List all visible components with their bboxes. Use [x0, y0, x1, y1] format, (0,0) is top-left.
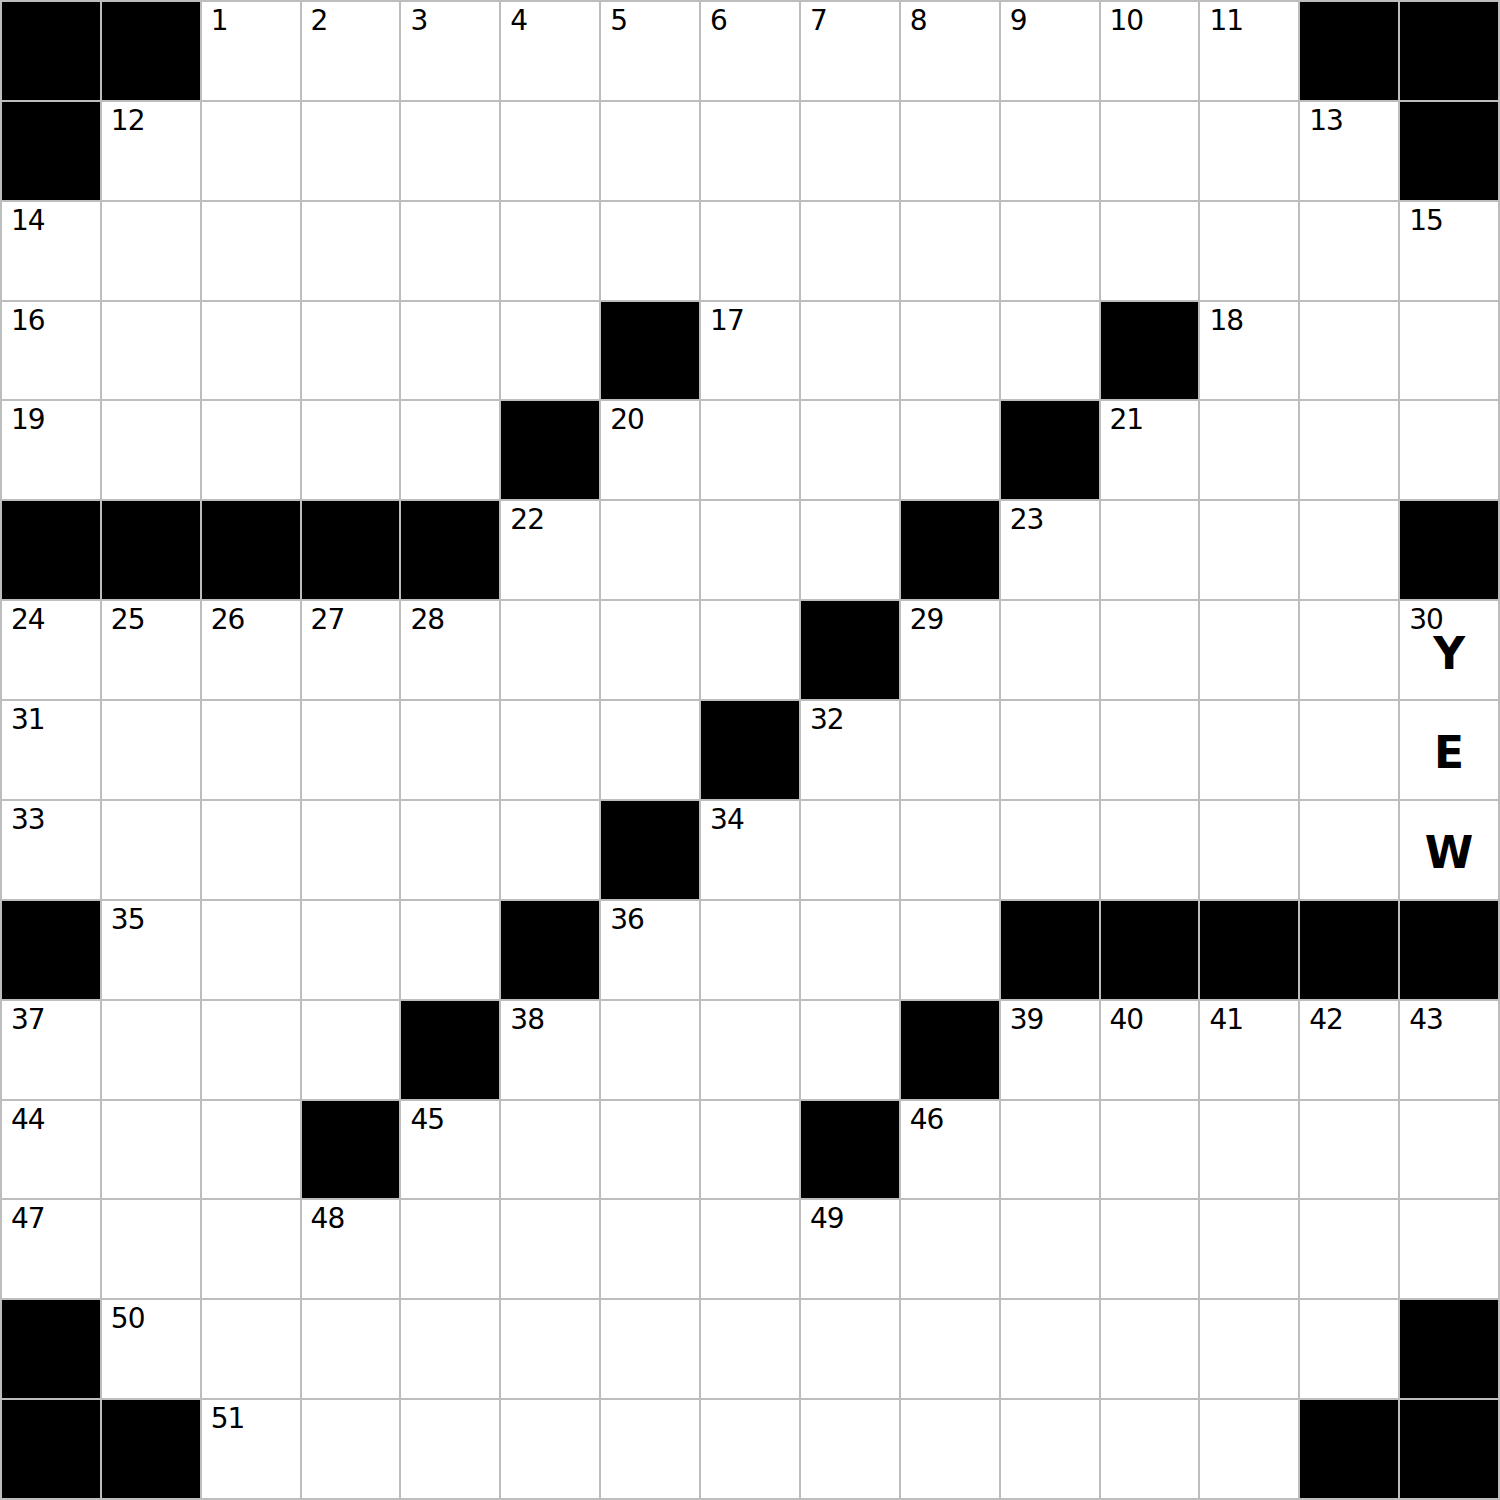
cell-r14c8[interactable] [801, 1400, 899, 1498]
black-cell-r14c1 [102, 1400, 200, 1498]
cell-r11c12[interactable] [1200, 1101, 1298, 1199]
cell-r6c14[interactable]: 30Y [1400, 601, 1498, 699]
cell-r12c3[interactable]: 48 [302, 1200, 400, 1298]
clue-number-15: 15 [1409, 207, 1443, 235]
clue-number-41: 41 [1209, 1006, 1243, 1034]
cell-r6c12[interactable] [1200, 601, 1298, 699]
cell-r4c4[interactable] [401, 401, 499, 499]
black-cell-r5c9 [901, 501, 999, 599]
cell-r0c6[interactable]: 5 [601, 2, 699, 100]
cell-r1c13[interactable]: 13 [1300, 102, 1398, 200]
black-cell-r5c14 [1400, 501, 1498, 599]
clue-number-22: 22 [510, 506, 544, 534]
cell-r0c8[interactable]: 7 [801, 2, 899, 100]
cell-r6c0[interactable]: 24 [2, 601, 100, 699]
cell-r8c4[interactable] [401, 801, 499, 899]
cell-r13c2[interactable] [202, 1300, 300, 1398]
black-cell-r1c14 [1400, 102, 1498, 200]
clue-number-48: 48 [311, 1205, 345, 1233]
cell-r3c13[interactable] [1300, 302, 1398, 400]
black-cell-r4c10 [1001, 401, 1099, 499]
cell-r2c1[interactable] [102, 202, 200, 300]
black-cell-r14c13 [1300, 1400, 1398, 1498]
cell-r4c13[interactable] [1300, 401, 1398, 499]
black-cell-r0c1 [102, 2, 200, 100]
cell-r7c11[interactable] [1101, 701, 1199, 799]
cell-r2c4[interactable] [401, 202, 499, 300]
cell-r3c12[interactable]: 18 [1200, 302, 1298, 400]
cell-r9c3[interactable] [302, 901, 400, 999]
cell-r11c14[interactable] [1400, 1101, 1498, 1199]
cell-r4c3[interactable] [302, 401, 400, 499]
cell-r5c6[interactable] [601, 501, 699, 599]
cell-r1c6[interactable] [601, 102, 699, 200]
cell-r2c5[interactable] [501, 202, 599, 300]
cell-r10c13[interactable]: 42 [1300, 1001, 1398, 1099]
black-cell-r9c5 [501, 901, 599, 999]
cell-r0c4[interactable]: 3 [401, 2, 499, 100]
cell-r10c14[interactable]: 43 [1400, 1001, 1498, 1099]
cell-r0c5[interactable]: 4 [501, 2, 599, 100]
clue-number-16: 16 [11, 307, 45, 335]
cell-r4c8[interactable] [801, 401, 899, 499]
cell-r3c10[interactable] [1001, 302, 1099, 400]
cell-r13c3[interactable] [302, 1300, 400, 1398]
clue-number-19: 19 [11, 406, 45, 434]
cell-r13c12[interactable] [1200, 1300, 1298, 1398]
cell-r14c5[interactable] [501, 1400, 599, 1498]
black-cell-r5c3 [302, 501, 400, 599]
clue-number-44: 44 [11, 1106, 45, 1134]
clue-number-43: 43 [1409, 1006, 1443, 1034]
clue-number-3: 3 [410, 7, 427, 35]
clue-number-9: 9 [1010, 7, 1027, 35]
cell-r14c9[interactable] [901, 1400, 999, 1498]
cell-r5c5[interactable]: 22 [501, 501, 599, 599]
clue-number-39: 39 [1010, 1006, 1044, 1034]
cell-r3c2[interactable] [202, 302, 300, 400]
clue-number-23: 23 [1010, 506, 1044, 534]
cell-r4c14[interactable] [1400, 401, 1498, 499]
cell-r3c8[interactable] [801, 302, 899, 400]
black-cell-r0c0 [2, 2, 100, 100]
clue-number-2: 2 [311, 7, 328, 35]
cell-r2c7[interactable] [701, 202, 799, 300]
black-cell-r3c11 [1101, 302, 1199, 400]
cell-r6c4[interactable]: 28 [401, 601, 499, 699]
cell-r12c1[interactable] [102, 1200, 200, 1298]
cell-r13c4[interactable] [401, 1300, 499, 1398]
clue-number-8: 8 [910, 7, 927, 35]
cell-r11c1[interactable] [102, 1101, 200, 1199]
cell-letter-r7c14: E [1400, 701, 1498, 799]
cell-r10c10[interactable]: 39 [1001, 1001, 1099, 1099]
cell-r4c1[interactable] [102, 401, 200, 499]
cell-r5c7[interactable] [701, 501, 799, 599]
clue-number-29: 29 [910, 606, 944, 634]
cell-r3c0[interactable]: 16 [2, 302, 100, 400]
black-cell-r9c14 [1400, 901, 1498, 999]
cell-r10c2[interactable] [202, 1001, 300, 1099]
cell-r8c13[interactable] [1300, 801, 1398, 899]
clue-number-50: 50 [111, 1305, 145, 1333]
black-cell-r5c0 [2, 501, 100, 599]
cell-r4c2[interactable] [202, 401, 300, 499]
clue-number-14: 14 [11, 207, 45, 235]
black-cell-r13c0 [2, 1300, 100, 1398]
cell-r7c12[interactable] [1200, 701, 1298, 799]
cell-r5c11[interactable] [1101, 501, 1199, 599]
cell-r8c8[interactable] [801, 801, 899, 899]
cell-r9c4[interactable] [401, 901, 499, 999]
cell-r8c12[interactable] [1200, 801, 1298, 899]
black-cell-r0c14 [1400, 2, 1498, 100]
cell-r1c3[interactable] [302, 102, 400, 200]
cell-r14c7[interactable] [701, 1400, 799, 1498]
clue-number-40: 40 [1110, 1006, 1144, 1034]
cell-r0c7[interactable]: 6 [701, 2, 799, 100]
cell-r8c1[interactable] [102, 801, 200, 899]
cell-r7c10[interactable] [1001, 701, 1099, 799]
cell-r12c4[interactable] [401, 1200, 499, 1298]
cell-r14c10[interactable] [1001, 1400, 1099, 1498]
cell-r0c10[interactable]: 9 [1001, 2, 1099, 100]
clue-number-24: 24 [11, 606, 45, 634]
cell-r2c3[interactable] [302, 202, 400, 300]
cell-r3c7[interactable]: 17 [701, 302, 799, 400]
clue-number-38: 38 [510, 1006, 544, 1034]
cell-r14c12[interactable] [1200, 1400, 1298, 1498]
clue-number-32: 32 [810, 706, 844, 734]
cell-r13c9[interactable] [901, 1300, 999, 1398]
cell-r1c4[interactable] [401, 102, 499, 200]
cell-r9c6[interactable]: 36 [601, 901, 699, 999]
cell-r8c0[interactable]: 33 [2, 801, 100, 899]
clue-number-25: 25 [111, 606, 145, 634]
clue-number-42: 42 [1309, 1006, 1343, 1034]
cell-r13c13[interactable] [1300, 1300, 1398, 1398]
black-cell-r13c14 [1400, 1300, 1498, 1398]
clue-number-12: 12 [111, 107, 145, 135]
cell-r9c2[interactable] [202, 901, 300, 999]
cell-r14c3[interactable] [302, 1400, 400, 1498]
cell-r10c7[interactable] [701, 1001, 799, 1099]
black-cell-r9c10 [1001, 901, 1099, 999]
cell-r1c9[interactable] [901, 102, 999, 200]
cell-r12c10[interactable] [1001, 1200, 1099, 1298]
cell-r9c7[interactable] [701, 901, 799, 999]
cell-letter-r6c14: Y [1400, 601, 1498, 699]
cell-r2c13[interactable] [1300, 202, 1398, 300]
black-cell-r10c4 [401, 1001, 499, 1099]
cell-r10c12[interactable]: 41 [1200, 1001, 1298, 1099]
cell-r4c12[interactable] [1200, 401, 1298, 499]
clue-number-37: 37 [11, 1006, 45, 1034]
clue-number-31: 31 [11, 706, 45, 734]
cell-r4c0[interactable]: 19 [2, 401, 100, 499]
black-cell-r5c2 [202, 501, 300, 599]
cell-r7c14[interactable]: E [1400, 701, 1498, 799]
cell-r8c11[interactable] [1101, 801, 1199, 899]
cell-r1c12[interactable] [1200, 102, 1298, 200]
clue-number-49: 49 [810, 1205, 844, 1233]
cell-r7c3[interactable] [302, 701, 400, 799]
cell-r1c7[interactable] [701, 102, 799, 200]
cell-r3c1[interactable] [102, 302, 200, 400]
cell-r6c6[interactable] [601, 601, 699, 699]
cell-r11c7[interactable] [701, 1101, 799, 1199]
clue-number-26: 26 [211, 606, 245, 634]
cell-r6c5[interactable] [501, 601, 599, 699]
black-cell-r11c3 [302, 1101, 400, 1199]
cell-r2c2[interactable] [202, 202, 300, 300]
cell-r6c2[interactable]: 26 [202, 601, 300, 699]
cell-r10c6[interactable] [601, 1001, 699, 1099]
cell-r4c11[interactable]: 21 [1101, 401, 1199, 499]
cell-r14c2[interactable]: 51 [202, 1400, 300, 1498]
cell-r8c10[interactable] [1001, 801, 1099, 899]
cell-r10c11[interactable]: 40 [1101, 1001, 1199, 1099]
cell-r5c13[interactable] [1300, 501, 1398, 599]
crossword-board: 1234567891011121314151617181920212223242… [0, 0, 1500, 1500]
cell-r14c4[interactable] [401, 1400, 499, 1498]
cell-r11c2[interactable] [202, 1101, 300, 1199]
cell-r6c3[interactable]: 27 [302, 601, 400, 699]
cell-r11c4[interactable]: 45 [401, 1101, 499, 1199]
cell-r11c9[interactable]: 46 [901, 1101, 999, 1199]
cell-r2c6[interactable] [601, 202, 699, 300]
clue-number-7: 7 [810, 7, 827, 35]
cell-r12c7[interactable] [701, 1200, 799, 1298]
black-cell-r9c0 [2, 901, 100, 999]
cell-r13c6[interactable] [601, 1300, 699, 1398]
cell-r2c14[interactable]: 15 [1400, 202, 1498, 300]
clue-number-10: 10 [1110, 7, 1144, 35]
clue-number-1: 1 [211, 7, 228, 35]
black-cell-r14c0 [2, 1400, 100, 1498]
black-cell-r7c7 [701, 701, 799, 799]
cell-r12c2[interactable] [202, 1200, 300, 1298]
cell-r2c9[interactable] [901, 202, 999, 300]
black-cell-r8c6 [601, 801, 699, 899]
cell-r1c8[interactable] [801, 102, 899, 200]
cell-r2c11[interactable] [1101, 202, 1199, 300]
clue-number-17: 17 [710, 307, 744, 335]
cell-r12c11[interactable] [1101, 1200, 1199, 1298]
cell-r1c1[interactable]: 12 [102, 102, 200, 200]
cell-r5c12[interactable] [1200, 501, 1298, 599]
cell-r11c6[interactable] [601, 1101, 699, 1199]
clue-number-27: 27 [311, 606, 345, 634]
cell-r11c5[interactable] [501, 1101, 599, 1199]
cell-r8c3[interactable] [302, 801, 400, 899]
cell-r7c4[interactable] [401, 701, 499, 799]
cell-r12c5[interactable] [501, 1200, 599, 1298]
cell-r7c0[interactable]: 31 [2, 701, 100, 799]
cell-r9c1[interactable]: 35 [102, 901, 200, 999]
cell-r3c4[interactable] [401, 302, 499, 400]
cell-r7c13[interactable] [1300, 701, 1398, 799]
cell-r0c12[interactable]: 11 [1200, 2, 1298, 100]
cell-r11c10[interactable] [1001, 1101, 1099, 1199]
cell-r12c0[interactable]: 47 [2, 1200, 100, 1298]
cell-r14c6[interactable] [601, 1400, 699, 1498]
cell-r0c9[interactable]: 8 [901, 2, 999, 100]
cell-r6c11[interactable] [1101, 601, 1199, 699]
cell-r4c9[interactable] [901, 401, 999, 499]
cell-r12c13[interactable] [1300, 1200, 1398, 1298]
cell-r6c7[interactable] [701, 601, 799, 699]
cell-r6c1[interactable]: 25 [102, 601, 200, 699]
cell-r10c1[interactable] [102, 1001, 200, 1099]
cell-r5c10[interactable]: 23 [1001, 501, 1099, 599]
black-cell-r9c13 [1300, 901, 1398, 999]
cell-r2c10[interactable] [1001, 202, 1099, 300]
clue-number-51: 51 [211, 1405, 245, 1433]
cell-r5c8[interactable] [801, 501, 899, 599]
cell-r6c13[interactable] [1300, 601, 1398, 699]
cell-r7c2[interactable] [202, 701, 300, 799]
cell-r12c8[interactable]: 49 [801, 1200, 899, 1298]
cell-r6c9[interactable]: 29 [901, 601, 999, 699]
cell-r1c11[interactable] [1101, 102, 1199, 200]
cell-r11c13[interactable] [1300, 1101, 1398, 1199]
cell-r0c2[interactable]: 1 [202, 2, 300, 100]
black-cell-r9c11 [1101, 901, 1199, 999]
black-cell-r10c9 [901, 1001, 999, 1099]
cell-r2c0[interactable]: 14 [2, 202, 100, 300]
clue-number-46: 46 [910, 1106, 944, 1134]
cell-r7c9[interactable] [901, 701, 999, 799]
cell-r11c0[interactable]: 44 [2, 1101, 100, 1199]
black-cell-r1c0 [2, 102, 100, 200]
clue-number-21: 21 [1110, 406, 1144, 434]
cell-r8c9[interactable] [901, 801, 999, 899]
clue-number-11: 11 [1209, 7, 1243, 35]
cell-r13c5[interactable] [501, 1300, 599, 1398]
cell-r7c6[interactable] [601, 701, 699, 799]
cell-r6c10[interactable] [1001, 601, 1099, 699]
clue-number-36: 36 [610, 906, 644, 934]
cell-r12c12[interactable] [1200, 1200, 1298, 1298]
clue-number-18: 18 [1209, 307, 1243, 335]
cell-r4c6[interactable]: 20 [601, 401, 699, 499]
cell-r3c9[interactable] [901, 302, 999, 400]
black-cell-r9c12 [1200, 901, 1298, 999]
cell-r11c11[interactable] [1101, 1101, 1199, 1199]
cell-r3c5[interactable] [501, 302, 599, 400]
cell-r10c0[interactable]: 37 [2, 1001, 100, 1099]
cell-r4c7[interactable] [701, 401, 799, 499]
cell-r3c3[interactable] [302, 302, 400, 400]
cell-letter-r8c14: W [1400, 801, 1498, 899]
cell-r9c8[interactable] [801, 901, 899, 999]
black-cell-r14c14 [1400, 1400, 1498, 1498]
black-cell-r3c6 [601, 302, 699, 400]
cell-r12c9[interactable] [901, 1200, 999, 1298]
black-cell-r4c5 [501, 401, 599, 499]
black-cell-r5c4 [401, 501, 499, 599]
cell-r2c12[interactable] [1200, 202, 1298, 300]
cell-r13c7[interactable] [701, 1300, 799, 1398]
cell-r0c11[interactable]: 10 [1101, 2, 1199, 100]
cell-r12c6[interactable] [601, 1200, 699, 1298]
cell-r1c10[interactable] [1001, 102, 1099, 200]
cell-r12c14[interactable] [1400, 1200, 1498, 1298]
cell-r10c8[interactable] [801, 1001, 899, 1099]
clue-number-6: 6 [710, 7, 727, 35]
black-cell-r11c8 [801, 1101, 899, 1199]
cell-r0c3[interactable]: 2 [302, 2, 400, 100]
black-cell-r0c13 [1300, 2, 1398, 100]
cell-r8c5[interactable] [501, 801, 599, 899]
cell-r7c8[interactable]: 32 [801, 701, 899, 799]
clue-number-13: 13 [1309, 107, 1343, 135]
cell-r1c5[interactable] [501, 102, 599, 200]
cell-r7c1[interactable] [102, 701, 200, 799]
cell-r13c10[interactable] [1001, 1300, 1099, 1398]
black-cell-r6c8 [801, 601, 899, 699]
clue-number-4: 4 [510, 7, 527, 35]
clue-number-35: 35 [111, 906, 145, 934]
clue-number-5: 5 [610, 7, 627, 35]
cell-r13c8[interactable] [801, 1300, 899, 1398]
black-cell-r5c1 [102, 501, 200, 599]
cell-r8c7[interactable]: 34 [701, 801, 799, 899]
cell-r10c5[interactable]: 38 [501, 1001, 599, 1099]
cell-r2c8[interactable] [801, 202, 899, 300]
cell-r10c3[interactable] [302, 1001, 400, 1099]
cell-r7c5[interactable] [501, 701, 599, 799]
cell-r3c14[interactable] [1400, 302, 1498, 400]
clue-number-45: 45 [410, 1106, 444, 1134]
cell-r8c14[interactable]: W [1400, 801, 1498, 899]
clue-number-20: 20 [610, 406, 644, 434]
clue-number-47: 47 [11, 1205, 45, 1233]
cell-r8c2[interactable] [202, 801, 300, 899]
cell-r13c11[interactable] [1101, 1300, 1199, 1398]
clue-number-34: 34 [710, 806, 744, 834]
cell-r13c1[interactable]: 50 [102, 1300, 200, 1398]
cell-r9c9[interactable] [901, 901, 999, 999]
clue-number-28: 28 [410, 606, 444, 634]
cell-r1c2[interactable] [202, 102, 300, 200]
clue-number-33: 33 [11, 806, 45, 834]
cell-r14c11[interactable] [1101, 1400, 1199, 1498]
